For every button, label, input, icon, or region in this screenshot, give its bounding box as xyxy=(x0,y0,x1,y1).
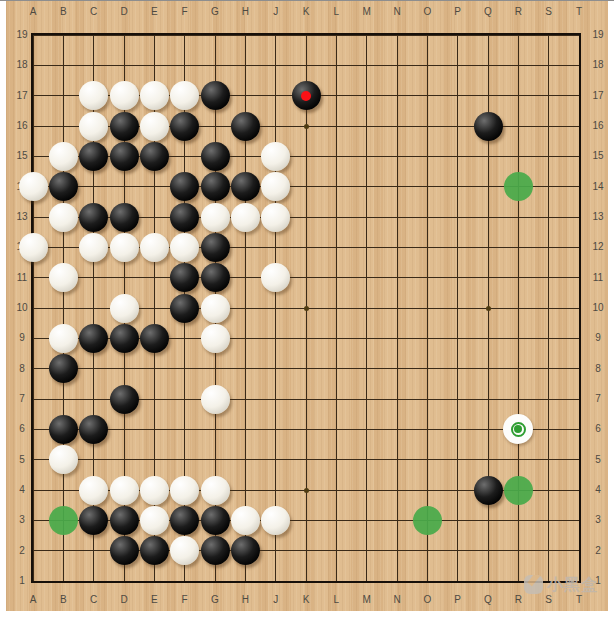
col-label-bottom: E xyxy=(143,594,165,606)
row-label-left: 3 xyxy=(11,514,33,526)
watermark-text: 小黑盒 xyxy=(547,575,598,594)
stone-white[interactable] xyxy=(201,324,230,353)
col-label-top: P xyxy=(447,6,469,18)
row-label-left: 4 xyxy=(11,484,33,496)
col-label-top: B xyxy=(52,6,74,18)
row-label-right: 9 xyxy=(587,332,609,344)
stone-white[interactable] xyxy=(79,112,108,141)
col-label-bottom: T xyxy=(568,594,590,606)
col-label-top: S xyxy=(538,6,560,18)
col-label-top: H xyxy=(234,6,256,18)
stone-white[interactable] xyxy=(140,112,169,141)
watermark: 小黑盒 xyxy=(524,575,598,594)
stone-black[interactable] xyxy=(79,142,108,171)
row-label-right: 17 xyxy=(587,90,609,102)
stone-white[interactable] xyxy=(201,294,230,323)
stone-black[interactable] xyxy=(140,142,169,171)
col-label-bottom: M xyxy=(356,594,378,606)
stone-black[interactable] xyxy=(231,112,260,141)
stone-black[interactable] xyxy=(49,415,78,444)
col-label-bottom: F xyxy=(174,594,196,606)
row-label-right: 8 xyxy=(587,363,609,375)
col-label-top: D xyxy=(113,6,135,18)
col-label-bottom: O xyxy=(416,594,438,606)
col-label-top: C xyxy=(83,6,105,18)
row-label-right: 2 xyxy=(587,545,609,557)
stone-black[interactable] xyxy=(110,385,139,414)
row-label-left: 15 xyxy=(11,150,33,162)
stone-white[interactable] xyxy=(261,142,290,171)
row-label-right: 11 xyxy=(587,272,609,284)
stone-white[interactable] xyxy=(170,476,199,505)
row-label-left: 8 xyxy=(11,363,33,375)
col-label-top: O xyxy=(416,6,438,18)
stone-white[interactable] xyxy=(231,506,260,535)
stone-white[interactable] xyxy=(79,476,108,505)
col-label-bottom: D xyxy=(113,594,135,606)
stone-white[interactable] xyxy=(110,81,139,110)
col-label-bottom: P xyxy=(447,594,469,606)
star-point xyxy=(304,124,309,129)
stone-green[interactable] xyxy=(49,506,78,535)
stone-black[interactable] xyxy=(49,172,78,201)
star-point xyxy=(304,488,309,493)
col-label-bottom: L xyxy=(325,594,347,606)
stone-black[interactable] xyxy=(231,536,260,565)
row-label-left: 18 xyxy=(11,59,33,71)
stone-black[interactable] xyxy=(49,354,78,383)
row-label-right: 10 xyxy=(587,302,609,314)
col-label-bottom: C xyxy=(83,594,105,606)
row-label-right: 4 xyxy=(587,484,609,496)
row-label-right: 14 xyxy=(587,181,609,193)
col-label-top: M xyxy=(356,6,378,18)
stone-black[interactable] xyxy=(79,203,108,232)
row-label-left: 13 xyxy=(11,211,33,223)
stone-white[interactable] xyxy=(140,506,169,535)
col-label-bottom: N xyxy=(386,594,408,606)
stone-white[interactable] xyxy=(261,506,290,535)
col-label-bottom: G xyxy=(204,594,226,606)
stone-white[interactable] xyxy=(201,203,230,232)
row-label-left: 10 xyxy=(11,302,33,314)
stone-white[interactable] xyxy=(49,445,78,474)
stone-black[interactable] xyxy=(231,172,260,201)
col-label-bottom: R xyxy=(507,594,529,606)
col-label-bottom: B xyxy=(52,594,74,606)
row-label-right: 6 xyxy=(587,423,609,435)
stone-black[interactable] xyxy=(170,294,199,323)
row-label-right: 15 xyxy=(587,150,609,162)
heybox-logo-icon xyxy=(524,575,543,594)
col-label-top: F xyxy=(174,6,196,18)
stone-white[interactable] xyxy=(140,233,169,262)
row-label-left: 2 xyxy=(11,545,33,557)
stone-black[interactable] xyxy=(201,81,230,110)
row-label-right: 18 xyxy=(587,59,609,71)
col-label-bottom: A xyxy=(22,594,44,606)
stone-black[interactable] xyxy=(110,203,139,232)
stone-white[interactable] xyxy=(110,476,139,505)
stone-black[interactable] xyxy=(474,476,503,505)
row-label-left: 11 xyxy=(11,272,33,284)
row-label-left: 17 xyxy=(11,90,33,102)
row-label-left: 19 xyxy=(11,29,33,41)
go-board-screenshot: AABBCCDDEEFFGGHHJJKKLLMMNNOOPPQQRRSSTT19… xyxy=(0,0,614,617)
stone-white[interactable] xyxy=(19,233,48,262)
stone-black[interactable] xyxy=(110,142,139,171)
stone-black[interactable] xyxy=(79,506,108,535)
row-label-left: 1 xyxy=(11,575,33,587)
stone-white[interactable] xyxy=(170,233,199,262)
stone-white[interactable] xyxy=(140,81,169,110)
row-label-right: 3 xyxy=(587,514,609,526)
col-label-top: K xyxy=(295,6,317,18)
col-label-bottom: K xyxy=(295,594,317,606)
stone-white[interactable] xyxy=(49,142,78,171)
col-label-top: J xyxy=(265,6,287,18)
col-label-top: R xyxy=(507,6,529,18)
stone-black[interactable] xyxy=(140,324,169,353)
row-label-right: 12 xyxy=(587,241,609,253)
stone-black[interactable] xyxy=(110,506,139,535)
stone-white[interactable] xyxy=(19,172,48,201)
stone-black[interactable] xyxy=(170,112,199,141)
col-label-top: T xyxy=(568,6,590,18)
stone-black[interactable] xyxy=(110,112,139,141)
go-board[interactable]: AABBCCDDEEFFGGHHJJKKLLMMNNOOPPQQRRSSTT19… xyxy=(0,0,614,617)
stone-black[interactable] xyxy=(140,536,169,565)
row-label-right: 5 xyxy=(587,454,609,466)
stone-white[interactable] xyxy=(140,476,169,505)
stone-black[interactable] xyxy=(474,112,503,141)
stone-white[interactable] xyxy=(49,324,78,353)
row-label-right: 13 xyxy=(587,211,609,223)
stone-black[interactable] xyxy=(79,324,108,353)
stone-white[interactable] xyxy=(110,233,139,262)
row-label-left: 5 xyxy=(11,454,33,466)
col-label-bottom: H xyxy=(234,594,256,606)
col-label-bottom: Q xyxy=(477,594,499,606)
row-label-right: 19 xyxy=(587,29,609,41)
stone-white[interactable] xyxy=(79,233,108,262)
row-label-left: 16 xyxy=(11,120,33,132)
col-label-top: L xyxy=(325,6,347,18)
row-label-right: 16 xyxy=(587,120,609,132)
stone-white[interactable] xyxy=(49,203,78,232)
stone-black[interactable] xyxy=(170,203,199,232)
stone-black[interactable] xyxy=(201,263,230,292)
stone-black[interactable] xyxy=(292,81,321,110)
stone-white[interactable] xyxy=(49,263,78,292)
stone-black[interactable] xyxy=(201,536,230,565)
col-label-top: A xyxy=(22,6,44,18)
col-label-bottom: J xyxy=(265,594,287,606)
star-point xyxy=(304,306,309,311)
stone-green[interactable] xyxy=(504,476,533,505)
stone-white[interactable] xyxy=(231,203,260,232)
col-label-top: E xyxy=(143,6,165,18)
stone-black[interactable] xyxy=(110,324,139,353)
stone-black[interactable] xyxy=(79,415,108,444)
stone-white[interactable] xyxy=(201,476,230,505)
stone-black[interactable] xyxy=(201,233,230,262)
stone-green[interactable] xyxy=(504,172,533,201)
col-label-top: N xyxy=(386,6,408,18)
row-label-left: 9 xyxy=(11,332,33,344)
star-point xyxy=(486,306,491,311)
col-label-top: Q xyxy=(477,6,499,18)
stone-black[interactable] xyxy=(110,536,139,565)
col-label-top: G xyxy=(204,6,226,18)
stone-green[interactable] xyxy=(413,506,442,535)
stone-black[interactable] xyxy=(201,506,230,535)
stone-black[interactable] xyxy=(201,172,230,201)
stone-black[interactable] xyxy=(201,142,230,171)
stone-black[interactable] xyxy=(170,506,199,535)
col-label-bottom: S xyxy=(538,594,560,606)
stone-white[interactable] xyxy=(201,385,230,414)
stone-white[interactable] xyxy=(110,294,139,323)
row-label-left: 7 xyxy=(11,393,33,405)
stone-white[interactable] xyxy=(261,203,290,232)
row-label-left: 6 xyxy=(11,423,33,435)
last-move-marker xyxy=(301,91,311,101)
row-label-right: 7 xyxy=(587,393,609,405)
